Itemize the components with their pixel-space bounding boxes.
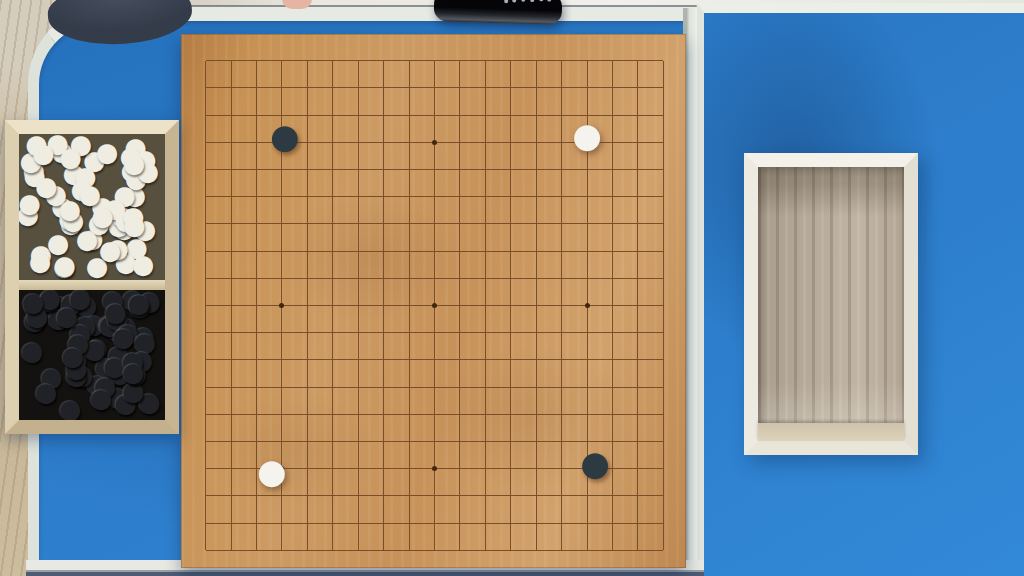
black-tray-stone: ● [38,290,61,314]
board-intersection [320,47,345,74]
board-intersection [651,537,676,564]
white-tray-stone: ● [91,203,114,229]
board-intersection [574,74,599,101]
board-intersection [600,455,625,482]
board-intersection [295,455,320,482]
board-intersection [244,482,269,509]
board-intersection [193,237,218,264]
board-intersection [193,482,218,509]
board-intersection [244,183,269,210]
board-intersection [371,183,396,210]
black-tray-stone: ● [107,384,130,410]
board-intersection [193,156,218,183]
board-intersection: ● [574,129,599,156]
board-intersection [447,265,472,292]
board-intersection [651,210,676,237]
board-intersection [193,455,218,482]
board-intersection [523,346,548,373]
board-intersection [549,47,574,74]
board-intersection [574,292,599,319]
board-intersection [625,210,650,237]
board-intersection [523,129,548,156]
white-tray-stone: ● [22,157,45,183]
white-tray-stone: ● [62,207,85,233]
board-intersection [269,183,294,210]
board-intersection [244,210,269,237]
board-intersection [523,101,548,128]
board-intersection [320,319,345,346]
board-intersection [346,401,371,428]
board-intersection [320,183,345,210]
board-intersection [574,401,599,428]
board-intersection [244,292,269,319]
board-intersection [600,319,625,346]
board-intersection [574,482,599,509]
black-tray-stone: ● [107,342,130,368]
white-tray-stone: ● [107,212,130,238]
board-intersection [269,319,294,346]
board-intersection [320,537,345,564]
board-intersection [371,47,396,74]
board-intersection [269,401,294,428]
star-point [585,466,590,471]
board-intersection [523,482,548,509]
board-intersection [371,319,396,346]
board-intersection [346,47,371,74]
remote-button-icon [539,0,543,1]
board-intersection [269,237,294,264]
white-tray-stone: ● [46,134,69,156]
board-intersection [346,510,371,537]
board-intersection [269,482,294,509]
board-intersection [447,74,472,101]
board-intersection [346,237,371,264]
white-tray-stone: ● [53,252,76,278]
star-point [279,140,284,145]
board-intersection [422,510,447,537]
board-intersection [346,156,371,183]
board-intersection [574,47,599,74]
board-intersection [396,482,421,509]
white-tray-stone: ● [71,176,94,202]
white-tray-stone: ● [53,253,76,279]
board-intersection [473,156,498,183]
board-intersection [523,183,548,210]
white-tray-stone: ● [58,196,81,222]
board-intersection [396,101,421,128]
board-intersection [269,47,294,74]
white-tray-stone: ● [76,226,99,252]
board-intersection [346,74,371,101]
black-tray-stone: ● [127,290,150,316]
board-intersection [549,292,574,319]
empty-box-lid [744,153,918,455]
black-tray-stone: ● [71,362,94,388]
board-intersection [371,510,396,537]
board-intersection [320,374,345,401]
board-intersection [447,101,472,128]
board-intersection [549,346,574,373]
board-intersection [371,455,396,482]
board-intersection [396,401,421,428]
board-intersection [422,237,447,264]
black-tray-stone: ● [103,353,126,379]
board-intersection [651,455,676,482]
black-tray-stone: ● [38,290,61,311]
black-tray-stone: ● [67,330,90,356]
board-intersection [625,482,650,509]
board-intersection [269,537,294,564]
board-intersection [473,265,498,292]
black-stone-compartment: ●●●●●●●●●●●●●●●●●●●●●●●●●●●●●●●●●●●●●●●●… [19,290,165,420]
board-intersection [625,537,650,564]
board-intersection [600,510,625,537]
board-intersection [320,346,345,373]
board-intersection [600,401,625,428]
board-intersection [523,510,548,537]
board-intersection [346,346,371,373]
board-intersection [295,129,320,156]
board-intersection [295,265,320,292]
board-intersection [651,510,676,537]
star-point [279,303,284,308]
board-intersection [218,183,243,210]
white-tray-stone: ● [19,190,41,216]
board-intersection [193,401,218,428]
board-intersection [574,265,599,292]
board-intersection [473,74,498,101]
board-intersection [498,183,523,210]
board-intersection [447,455,472,482]
white-tray-stone: ● [74,163,97,189]
white-tray-stone: ● [30,241,53,267]
white-tray-stone: ● [96,139,119,165]
black-tray-stone: ● [112,324,135,350]
board-intersection [218,374,243,401]
board-intersection [396,210,421,237]
white-tray-stone: ● [106,235,129,261]
board-intersection [193,428,218,455]
board-intersection [346,210,371,237]
board-intersection [295,237,320,264]
board-intersection [422,319,447,346]
black-tray-stone: ● [106,317,129,343]
board-intersection [396,74,421,101]
board-intersection [193,129,218,156]
board-intersection [447,47,472,74]
board-intersection [447,210,472,237]
board-intersection [600,537,625,564]
board-intersection [193,510,218,537]
board-intersection [346,265,371,292]
board-intersection [549,374,574,401]
board-intersection [523,374,548,401]
board-intersection [218,482,243,509]
board-intersection [447,482,472,509]
black-tray-stone: ● [86,371,109,397]
board-intersection [473,210,498,237]
board-intersection [473,455,498,482]
board-intersection [346,129,371,156]
board-intersection [523,237,548,264]
black-tray-stone: ● [26,303,49,329]
board-intersection [396,455,421,482]
board-intersection [447,292,472,319]
board-intersection [269,346,294,373]
board-intersection [346,319,371,346]
board-intersection [244,319,269,346]
board-intersection [549,101,574,128]
board-intersection [218,265,243,292]
board-intersection [320,101,345,128]
board-intersection [625,292,650,319]
white-tray-stone: ● [19,148,42,174]
board-intersection [651,319,676,346]
black-tray-stone: ● [83,336,106,362]
board-intersection [244,537,269,564]
board-intersection [422,428,447,455]
board-intersection [269,510,294,537]
white-tray-stone: ● [69,134,92,157]
board-intersection [371,482,396,509]
board-intersection [295,346,320,373]
black-tray-stone: ● [60,290,83,316]
board-intersection [371,537,396,564]
board-intersection [193,74,218,101]
board-intersection [523,428,548,455]
board-intersection [269,428,294,455]
board-intersection [396,237,421,264]
black-tray-stone: ● [69,320,92,346]
board-intersection [498,265,523,292]
board-intersection [320,428,345,455]
black-tray-stone: ● [35,379,58,405]
board-intersection [218,510,243,537]
board-intersection [396,183,421,210]
board-intersection [523,537,548,564]
star-point [585,140,590,145]
board-intersection [600,428,625,455]
board-intersection [269,374,294,401]
board-intersection [498,74,523,101]
board-intersection [651,47,676,74]
board-intersection [651,129,676,156]
board-intersection [320,401,345,428]
board-intersection [371,129,396,156]
board-intersection [269,292,294,319]
board-intersection [498,129,523,156]
board-intersection [625,156,650,183]
star-point [432,303,437,308]
board-intersection [447,428,472,455]
board-intersection [447,401,472,428]
white-tray-stone: ● [134,216,157,242]
board-intersection [244,74,269,101]
board-intersection [193,210,218,237]
board-intersection [346,101,371,128]
board-intersection [473,510,498,537]
board-intersection [574,346,599,373]
remote-button-icon [521,0,525,2]
board-intersection [498,374,523,401]
board-intersection [473,47,498,74]
board-intersection [625,47,650,74]
black-tray-stone: ● [121,290,144,312]
board-intersection [651,428,676,455]
board-intersection [651,183,676,210]
board-intersection [320,156,345,183]
board-intersection [574,537,599,564]
board-intersection [371,292,396,319]
black-tray-stone: ● [94,373,117,399]
board-intersection [473,292,498,319]
black-tray-stone: ● [56,303,79,329]
board-intersection [218,319,243,346]
board-intersection [447,346,472,373]
board-intersection [396,510,421,537]
board-intersection [523,156,548,183]
board-intersection [498,237,523,264]
stone-box-divider [19,280,165,290]
black-tray-stone: ● [62,343,85,369]
board-intersection [523,292,548,319]
board-intersection [574,428,599,455]
board-intersection [396,537,421,564]
board-intersection [498,510,523,537]
white-tray-stone: ● [58,205,81,231]
board-intersection [269,101,294,128]
white-tray-stone: ● [113,182,136,208]
board-intersection [193,537,218,564]
white-tray-stone: ● [87,210,110,236]
board-intersection [549,129,574,156]
board-intersection [244,374,269,401]
board-intersection [244,156,269,183]
board-intersection [371,265,396,292]
board-intersection [625,346,650,373]
board-intersection [422,210,447,237]
board-intersection [651,237,676,264]
board-intersection [320,292,345,319]
board-intersection [295,47,320,74]
board-intersection [651,374,676,401]
black-tray-stone: ● [74,312,97,338]
black-tray-stone: ● [21,338,44,364]
white-tray-stone: ● [124,134,147,160]
board-intersection [422,401,447,428]
board-intersection [498,47,523,74]
board-intersection [396,292,421,319]
white-tray-stone: ● [132,251,155,277]
board-intersection [473,319,498,346]
board-intersection [473,482,498,509]
white-tray-stone: ● [35,173,58,199]
board-intersection [600,265,625,292]
board-intersection [600,292,625,319]
board-intersection [396,428,421,455]
white-tray-stone: ● [81,225,104,251]
board-intersection [218,47,243,74]
board-intersection [549,319,574,346]
board-intersection [574,156,599,183]
board-intersection [498,210,523,237]
board-intersection [371,210,396,237]
board-intersection [447,374,472,401]
board-intersection [193,183,218,210]
board-intersection [625,237,650,264]
board-intersection [523,319,548,346]
board-intersection [346,482,371,509]
board-intersection [320,510,345,537]
white-tray-stone: ● [91,193,114,219]
board-intersection [320,455,345,482]
white-tray-stone: ● [123,150,146,176]
board-intersection [498,319,523,346]
board-intersection [371,237,396,264]
board-intersection [269,156,294,183]
black-tray-stone: ● [104,299,127,325]
board-intersection [574,510,599,537]
black-tray-stone: ● [65,362,88,388]
white-tray-stone: ● [59,210,82,236]
board-intersection [600,482,625,509]
white-tray-stone: ● [32,140,55,166]
board-intersection [422,129,447,156]
board-intersection [193,47,218,74]
board-intersection [574,101,599,128]
board-intersection [549,510,574,537]
board-intersection [498,346,523,373]
board-intersection [574,319,599,346]
board-intersection [600,183,625,210]
board-intersection [218,346,243,373]
board-intersection [422,156,447,183]
board-intersection [371,74,396,101]
board-intersection [218,210,243,237]
board-intersection [218,237,243,264]
board-intersection [651,74,676,101]
board-intersection [473,401,498,428]
board-intersection [422,346,447,373]
board-intersection [422,101,447,128]
board-intersection: ● [269,129,294,156]
black-tray-stone: ● [44,295,67,321]
board-intersection [422,74,447,101]
board-intersection [295,319,320,346]
board-intersection [498,537,523,564]
board-intersection [523,455,548,482]
white-tray-stone: ● [19,201,39,227]
white-tray-stone: ● [104,195,127,221]
board-intersection [295,401,320,428]
board-intersection [422,47,447,74]
board-intersection [600,156,625,183]
white-tray-stone: ● [122,203,145,229]
white-tray-stone: ● [86,253,109,279]
remote-button-icon [547,0,551,2]
board-intersection [498,428,523,455]
board-intersection [193,265,218,292]
star-point [432,466,437,471]
board-intersection [473,428,498,455]
board-intersection [396,346,421,373]
white-tray-stone: ● [47,230,70,256]
black-tray-stone: ● [98,311,121,337]
board-intersection [269,265,294,292]
board-intersection [523,47,548,74]
board-intersection [371,374,396,401]
board-intersection [218,455,243,482]
